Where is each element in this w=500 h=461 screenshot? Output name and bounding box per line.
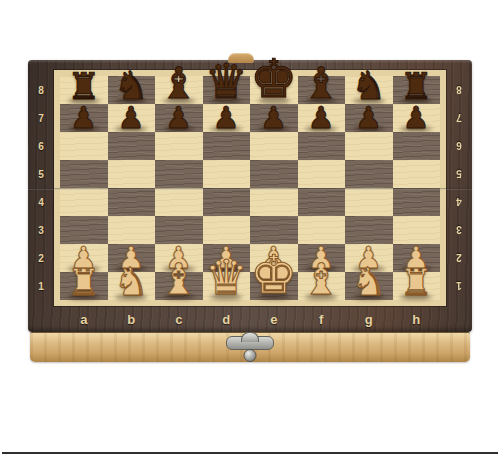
rank-label-right-3: 3 — [446, 216, 472, 244]
square-b5[interactable] — [108, 160, 156, 188]
rank-label-left-5: 5 — [28, 160, 54, 188]
rank-label-right-4: 4 — [446, 188, 472, 216]
piece-white-queen-d1[interactable]: ♛ — [203, 253, 251, 301]
rank-label-right-8: 8 — [446, 76, 472, 104]
black-bishop-icon: ♝ — [302, 62, 341, 105]
square-b4[interactable] — [108, 188, 156, 216]
latch-clasp[interactable] — [226, 336, 274, 350]
rank-label-right-7: 7 — [446, 104, 472, 132]
square-a1[interactable]: ♜ — [60, 272, 108, 300]
piece-black-pawn-g7[interactable]: ♟ — [345, 103, 393, 133]
square-g7[interactable]: ♟ — [345, 104, 393, 132]
rank-label-left-8: 8 — [28, 76, 54, 104]
square-b1[interactable]: ♞ — [108, 272, 156, 300]
file-label-h: h — [393, 306, 441, 332]
latch-knob-icon — [244, 349, 257, 362]
black-queen-icon: ♛ — [205, 57, 248, 105]
rank-label-left-6: 6 — [28, 132, 54, 160]
square-e1[interactable]: ♚ — [250, 272, 298, 300]
file-label-c: c — [155, 306, 203, 332]
square-a6[interactable] — [60, 132, 108, 160]
black-pawn-icon: ♟ — [70, 103, 97, 133]
board-squares: ♜♞♝♛♚♝♞♜♟♟♟♟♟♟♟♟♟♟♟♟♟♟♟♟♜♞♝♛♚♝♞♜ — [54, 70, 446, 306]
square-c1[interactable]: ♝ — [155, 272, 203, 300]
square-h5[interactable] — [393, 160, 441, 188]
square-e4[interactable] — [250, 188, 298, 216]
page-divider-line — [2, 452, 498, 454]
white-bishop-icon: ♝ — [302, 258, 341, 301]
piece-black-pawn-f7[interactable]: ♟ — [298, 103, 346, 133]
white-knight-icon: ♞ — [351, 262, 386, 301]
square-e6[interactable] — [250, 132, 298, 160]
rank-label-right-6: 6 — [446, 132, 472, 160]
black-pawn-icon: ♟ — [308, 103, 335, 133]
square-b6[interactable] — [108, 132, 156, 160]
square-c4[interactable] — [155, 188, 203, 216]
black-bishop-icon: ♝ — [159, 62, 198, 105]
piece-black-bishop-f8[interactable]: ♝ — [298, 62, 346, 105]
square-a7[interactable]: ♟ — [60, 104, 108, 132]
rank-label-left-3: 3 — [28, 216, 54, 244]
square-f4[interactable] — [298, 188, 346, 216]
rank-label-left-7: 7 — [28, 104, 54, 132]
white-knight-icon: ♞ — [114, 262, 149, 301]
white-king-icon: ♚ — [250, 248, 298, 301]
piece-black-king-e8[interactable]: ♚ — [250, 52, 298, 105]
piece-black-queen-d8[interactable]: ♛ — [203, 57, 251, 105]
file-label-d: d — [203, 306, 251, 332]
square-d1[interactable]: ♛ — [203, 272, 251, 300]
square-b7[interactable]: ♟ — [108, 104, 156, 132]
black-pawn-icon: ♟ — [355, 103, 382, 133]
rank-label-right-2: 2 — [446, 244, 472, 272]
square-h4[interactable] — [393, 188, 441, 216]
file-label-b: b — [108, 306, 156, 332]
black-pawn-icon: ♟ — [118, 103, 145, 133]
file-label-a: a — [60, 306, 108, 332]
piece-black-pawn-e7[interactable]: ♟ — [250, 103, 298, 133]
square-c6[interactable] — [155, 132, 203, 160]
piece-black-pawn-b7[interactable]: ♟ — [108, 103, 156, 133]
piece-white-king-e1[interactable]: ♚ — [250, 248, 298, 301]
square-f6[interactable] — [298, 132, 346, 160]
rank-label-right-5: 5 — [446, 160, 472, 188]
piece-black-pawn-c7[interactable]: ♟ — [155, 103, 203, 133]
square-h1[interactable]: ♜ — [393, 272, 441, 300]
black-pawn-icon: ♟ — [165, 103, 192, 133]
white-rook-icon: ♜ — [67, 264, 100, 301]
square-f7[interactable]: ♟ — [298, 104, 346, 132]
square-a4[interactable] — [60, 188, 108, 216]
square-g5[interactable] — [345, 160, 393, 188]
piece-black-pawn-h7[interactable]: ♟ — [393, 103, 441, 133]
box-front-panel — [30, 332, 470, 362]
square-e7[interactable]: ♟ — [250, 104, 298, 132]
piece-white-rook-h1[interactable]: ♜ — [393, 264, 441, 301]
square-c7[interactable]: ♟ — [155, 104, 203, 132]
white-bishop-icon: ♝ — [159, 258, 198, 301]
file-label-e: e — [250, 306, 298, 332]
square-d6[interactable] — [203, 132, 251, 160]
piece-white-bishop-c1[interactable]: ♝ — [155, 258, 203, 301]
piece-white-rook-a1[interactable]: ♜ — [60, 264, 108, 301]
piece-black-pawn-d7[interactable]: ♟ — [203, 103, 251, 133]
square-d7[interactable]: ♟ — [203, 104, 251, 132]
rank-labels-left: 87654321 — [28, 76, 54, 300]
black-king-icon: ♚ — [250, 52, 298, 105]
chess-board: 87654321 87654321 abcdefgh ♜♞♝♛♚♝♞♜♟♟♟♟♟… — [28, 60, 472, 332]
file-labels-bottom: abcdefgh — [60, 306, 440, 332]
piece-white-knight-g1[interactable]: ♞ — [345, 262, 393, 301]
white-queen-icon: ♛ — [205, 253, 248, 301]
square-c5[interactable] — [155, 160, 203, 188]
square-h6[interactable] — [393, 132, 441, 160]
rank-label-left-1: 1 — [28, 272, 54, 300]
black-pawn-icon: ♟ — [260, 103, 287, 133]
black-pawn-icon: ♟ — [213, 103, 240, 133]
square-g6[interactable] — [345, 132, 393, 160]
square-a5[interactable] — [60, 160, 108, 188]
square-g4[interactable] — [345, 188, 393, 216]
piece-black-pawn-a7[interactable]: ♟ — [60, 103, 108, 133]
file-label-f: f — [298, 306, 346, 332]
white-rook-icon: ♜ — [400, 264, 433, 301]
piece-white-knight-b1[interactable]: ♞ — [108, 262, 156, 301]
square-d4[interactable] — [203, 188, 251, 216]
rank-label-left-4: 4 — [28, 188, 54, 216]
rank-label-right-1: 1 — [446, 272, 472, 300]
rank-label-left-2: 2 — [28, 244, 54, 272]
rank-labels-right: 87654321 — [446, 76, 472, 300]
square-d5[interactable] — [203, 160, 251, 188]
chess-set-photo: 87654321 87654321 abcdefgh ♜♞♝♛♚♝♞♜♟♟♟♟♟… — [0, 0, 500, 461]
square-g1[interactable]: ♞ — [345, 272, 393, 300]
square-f1[interactable]: ♝ — [298, 272, 346, 300]
piece-black-bishop-c8[interactable]: ♝ — [155, 62, 203, 105]
piece-white-bishop-f1[interactable]: ♝ — [298, 258, 346, 301]
black-pawn-icon: ♟ — [403, 103, 430, 133]
square-f5[interactable] — [298, 160, 346, 188]
square-h7[interactable]: ♟ — [393, 104, 441, 132]
square-e5[interactable] — [250, 160, 298, 188]
file-label-g: g — [345, 306, 393, 332]
